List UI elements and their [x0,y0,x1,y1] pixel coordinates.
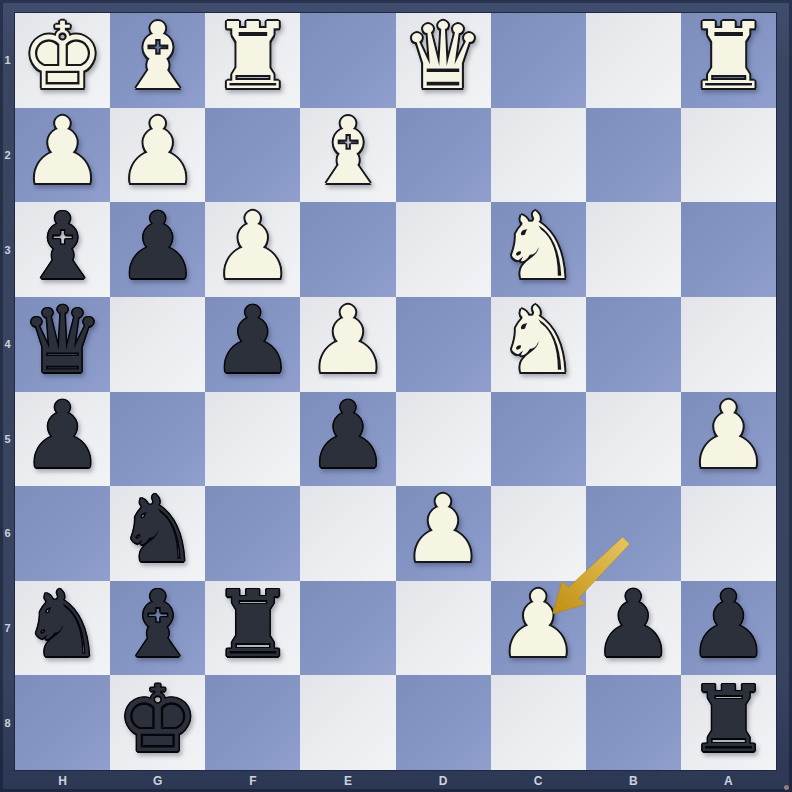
rank-label-7: 7 [0,581,15,676]
board-frame: ♚♝♜♛♜♟♟♝♝♟♟♞♛♟♟♞♟♟♟♞♟♞♝♜♟♟♟♚♜ 12345678HG… [0,0,792,792]
square-a2[interactable] [681,108,776,203]
square-h1[interactable]: ♚ [15,13,110,108]
piece-white-pawn-c7[interactable]: ♟ [497,579,579,671]
square-c2[interactable] [491,108,586,203]
square-h6[interactable] [15,486,110,581]
square-g8[interactable]: ♚ [110,675,205,770]
square-h8[interactable] [15,675,110,770]
square-h7[interactable]: ♞ [15,581,110,676]
piece-black-bishop-g7[interactable]: ♝ [116,579,198,671]
square-b3[interactable] [586,202,681,297]
square-f2[interactable] [205,108,300,203]
square-a3[interactable] [681,202,776,297]
piece-white-pawn-f3[interactable]: ♟ [212,201,294,293]
corner-dot [784,785,789,790]
piece-white-bishop-e2[interactable]: ♝ [307,106,389,198]
piece-white-knight-c4[interactable]: ♞ [497,295,579,387]
rank-label-2: 2 [0,108,15,203]
rank-label-4: 4 [0,297,15,392]
piece-white-rook-f1[interactable]: ♜ [212,11,294,103]
square-a8[interactable]: ♜ [681,675,776,770]
square-g3[interactable]: ♟ [110,202,205,297]
piece-white-bishop-g1[interactable]: ♝ [116,11,198,103]
piece-white-king-h1[interactable]: ♚ [21,11,103,103]
square-b8[interactable] [586,675,681,770]
square-e8[interactable] [300,675,395,770]
square-a5[interactable]: ♟ [681,392,776,487]
square-d8[interactable] [396,675,491,770]
file-label-C: C [491,770,586,792]
square-h3[interactable]: ♝ [15,202,110,297]
piece-black-rook-a8[interactable]: ♜ [687,674,769,766]
square-h5[interactable]: ♟ [15,392,110,487]
rank-label-8: 8 [0,675,15,770]
square-d5[interactable] [396,392,491,487]
square-b2[interactable] [586,108,681,203]
file-label-A: A [681,770,776,792]
square-e2[interactable]: ♝ [300,108,395,203]
file-label-E: E [300,770,395,792]
piece-black-king-g8[interactable]: ♚ [116,674,198,766]
square-a6[interactable] [681,486,776,581]
square-g1[interactable]: ♝ [110,13,205,108]
square-f3[interactable]: ♟ [205,202,300,297]
square-e1[interactable] [300,13,395,108]
piece-black-pawn-b7[interactable]: ♟ [592,579,674,671]
piece-black-pawn-g3[interactable]: ♟ [116,201,198,293]
square-g6[interactable]: ♞ [110,486,205,581]
square-f8[interactable] [205,675,300,770]
square-d1[interactable]: ♛ [396,13,491,108]
square-b4[interactable] [586,297,681,392]
piece-white-pawn-e4[interactable]: ♟ [307,295,389,387]
square-e4[interactable]: ♟ [300,297,395,392]
square-c7[interactable]: ♟ [491,581,586,676]
square-c5[interactable] [491,392,586,487]
square-e6[interactable] [300,486,395,581]
piece-white-pawn-d6[interactable]: ♟ [402,484,484,576]
piece-black-pawn-h5[interactable]: ♟ [21,390,103,482]
square-g2[interactable]: ♟ [110,108,205,203]
piece-white-pawn-h2[interactable]: ♟ [21,106,103,198]
file-label-G: G [110,770,205,792]
square-a7[interactable]: ♟ [681,581,776,676]
square-c4[interactable]: ♞ [491,297,586,392]
piece-white-pawn-g2[interactable]: ♟ [116,106,198,198]
piece-black-knight-h7[interactable]: ♞ [21,579,103,671]
square-a4[interactable] [681,297,776,392]
piece-black-pawn-e5[interactable]: ♟ [307,390,389,482]
square-d6[interactable]: ♟ [396,486,491,581]
file-label-B: B [586,770,681,792]
square-d4[interactable] [396,297,491,392]
piece-black-queen-h4[interactable]: ♛ [21,295,103,387]
square-d7[interactable] [396,581,491,676]
square-e7[interactable] [300,581,395,676]
square-c1[interactable] [491,13,586,108]
piece-black-pawn-f4[interactable]: ♟ [212,295,294,387]
square-b1[interactable] [586,13,681,108]
square-f7[interactable]: ♜ [205,581,300,676]
piece-black-bishop-h3[interactable]: ♝ [21,201,103,293]
piece-white-pawn-a5[interactable]: ♟ [687,390,769,482]
square-b7[interactable]: ♟ [586,581,681,676]
file-label-H: H [15,770,110,792]
square-g5[interactable] [110,392,205,487]
square-f1[interactable]: ♜ [205,13,300,108]
piece-black-knight-g6[interactable]: ♞ [116,484,198,576]
file-label-D: D [396,770,491,792]
piece-white-queen-d1[interactable]: ♛ [402,11,484,103]
square-a1[interactable]: ♜ [681,13,776,108]
square-b5[interactable] [586,392,681,487]
piece-white-rook-a1[interactable]: ♜ [687,11,769,103]
chess-board: ♚♝♜♛♜♟♟♝♝♟♟♞♛♟♟♞♟♟♟♞♟♞♝♜♟♟♟♚♜ [15,13,776,770]
square-c8[interactable] [491,675,586,770]
square-c3[interactable]: ♞ [491,202,586,297]
rank-label-5: 5 [0,392,15,487]
square-h4[interactable]: ♛ [15,297,110,392]
file-label-F: F [205,770,300,792]
rank-label-6: 6 [0,486,15,581]
square-e3[interactable] [300,202,395,297]
piece-white-knight-c3[interactable]: ♞ [497,201,579,293]
rank-label-3: 3 [0,202,15,297]
square-c6[interactable] [491,486,586,581]
piece-black-rook-f7[interactable]: ♜ [212,579,294,671]
piece-black-pawn-a7[interactable]: ♟ [687,579,769,671]
square-d3[interactable] [396,202,491,297]
square-g7[interactable]: ♝ [110,581,205,676]
rank-label-1: 1 [0,13,15,108]
square-h2[interactable]: ♟ [15,108,110,203]
square-e5[interactable]: ♟ [300,392,395,487]
square-f5[interactable] [205,392,300,487]
square-b6[interactable] [586,486,681,581]
square-f6[interactable] [205,486,300,581]
square-f4[interactable]: ♟ [205,297,300,392]
square-g4[interactable] [110,297,205,392]
square-d2[interactable] [396,108,491,203]
